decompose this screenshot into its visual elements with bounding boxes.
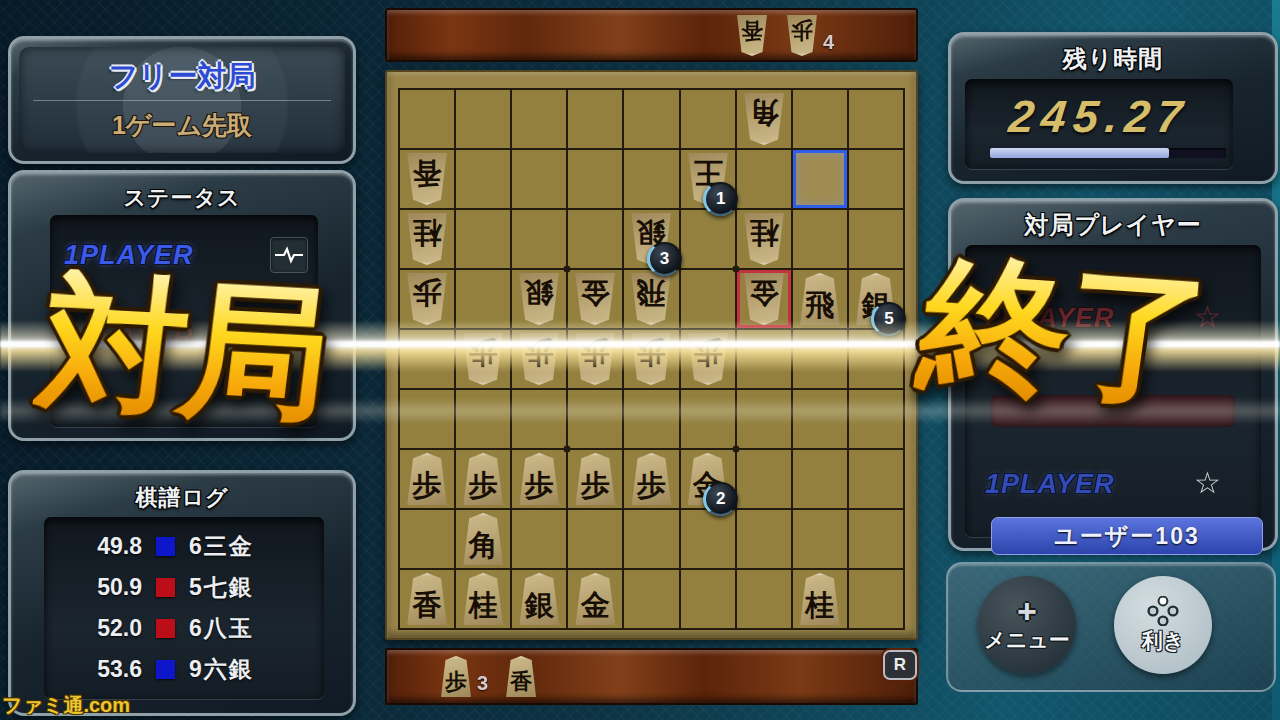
piece-kanji: 金	[749, 273, 778, 313]
shogi-piece[interactable]: 歩	[461, 453, 506, 505]
shogi-piece[interactable]: 歩	[517, 333, 562, 385]
board-square[interactable]: 銀	[512, 570, 566, 628]
board-square[interactable]	[849, 330, 903, 388]
board-square[interactable]	[456, 150, 510, 208]
hand-piece-group[interactable]: 香	[735, 15, 769, 56]
piece-kanji: 歩	[413, 273, 442, 313]
board-square[interactable]	[681, 570, 735, 628]
piece-kanji: 歩	[413, 465, 442, 505]
board-square[interactable]	[400, 90, 454, 148]
kifu-log-entry: 53.69六銀	[44, 654, 324, 685]
board-square[interactable]	[681, 210, 735, 268]
shogi-piece[interactable]: 歩	[405, 273, 450, 325]
shogi-piece[interactable]: 桂	[741, 213, 786, 265]
site-watermark: ファミ通.com	[2, 692, 130, 719]
board-square[interactable]	[568, 210, 622, 268]
shogi-piece[interactable]: 金	[573, 273, 618, 325]
board-square[interactable]: 金	[737, 270, 791, 328]
piece-kanji: 歩	[469, 465, 498, 505]
piece-kanji: 歩	[581, 465, 610, 505]
captured-piece[interactable]: 香	[735, 15, 769, 56]
kiki-button-label: 利き	[1142, 627, 1185, 655]
board-square[interactable]	[512, 90, 566, 148]
board-square[interactable]: 金	[568, 270, 622, 328]
board-square[interactable]	[793, 510, 847, 568]
divider	[33, 100, 331, 101]
board-square[interactable]	[624, 90, 678, 148]
piece-kanji: 金	[581, 585, 610, 625]
board-square[interactable]	[624, 390, 678, 448]
captured-pieces-tray-bottom: 歩3香	[385, 648, 918, 705]
board-square[interactable]: 金	[568, 570, 622, 628]
piece-kanji: 香	[413, 153, 442, 193]
board-square[interactable]	[568, 390, 622, 448]
player1-star-icon: ☆	[1194, 465, 1221, 500]
board-square[interactable]	[849, 510, 903, 568]
piece-kanji: 歩	[469, 333, 498, 373]
kifu-time: 49.8	[80, 533, 142, 560]
kifu-time: 52.0	[80, 615, 142, 642]
piece-kanji: 桂	[469, 585, 498, 625]
board-square[interactable]	[793, 210, 847, 268]
board-square[interactable]	[737, 150, 791, 208]
board-square[interactable]: 桂	[793, 570, 847, 628]
board-square[interactable]: 香	[400, 150, 454, 208]
board-square[interactable]	[456, 390, 510, 448]
shogi-piece[interactable]: 金	[741, 273, 786, 325]
remaining-time-title: 残り時間	[951, 43, 1275, 75]
shogi-piece[interactable]: 歩	[629, 453, 674, 505]
board-square[interactable]	[793, 150, 847, 208]
player1-name-bar: ユーザー103	[991, 517, 1263, 555]
hoshi-dot	[564, 265, 571, 272]
piece-kanji: 香	[510, 666, 532, 697]
piece-kanji: 銀	[525, 273, 554, 313]
board-square[interactable]: 銀3	[624, 210, 678, 268]
status-title: ステータス	[11, 183, 353, 213]
board-square[interactable]	[568, 90, 622, 148]
board-square[interactable]	[681, 510, 735, 568]
board-square[interactable]	[512, 210, 566, 268]
shogi-piece[interactable]: 歩	[517, 453, 562, 505]
board-square[interactable]	[512, 150, 566, 208]
board-square[interactable]: 歩	[512, 330, 566, 388]
shogi-piece[interactable]: 歩	[573, 453, 618, 505]
board-square[interactable]: 歩	[681, 330, 735, 388]
board-square[interactable]: 桂	[737, 210, 791, 268]
game-over-text-left: 対局	[31, 268, 333, 430]
hoshi-dot	[733, 265, 740, 272]
shogi-piece[interactable]: 歩	[573, 333, 618, 385]
board-square[interactable]	[624, 510, 678, 568]
match-type-panel: フリー対局 1ゲーム先取	[8, 36, 356, 164]
board-square[interactable]	[681, 90, 735, 148]
numbered-marker-badge: 3	[647, 242, 682, 276]
board-square[interactable]	[568, 510, 622, 568]
hand-piece-group[interactable]: 歩4	[785, 15, 834, 56]
menu-button-label: メニュー	[984, 626, 1069, 654]
shogi-piece[interactable]: 桂	[797, 573, 842, 625]
numbered-marker-badge: 2	[703, 482, 738, 516]
board-square[interactable]: 角	[737, 90, 791, 148]
shogi-board-area: 香歩4 角香王1桂銀3桂歩銀金飛金飛銀5歩歩歩歩歩歩歩歩歩歩金2角香桂銀金桂 歩…	[385, 0, 918, 720]
player1-row: 1PLAYER ☆	[985, 469, 1247, 500]
kifu-move: 5七銀	[189, 572, 254, 603]
board-square[interactable]	[737, 450, 791, 508]
kifu-time: 53.6	[80, 656, 142, 683]
board-square[interactable]	[681, 390, 735, 448]
board-square[interactable]: 歩	[568, 330, 622, 388]
board-grid: 角香王1桂銀3桂歩銀金飛金飛銀5歩歩歩歩歩歩歩歩歩歩金2角香桂銀金桂	[398, 88, 905, 630]
board-square[interactable]: 角	[456, 510, 510, 568]
kifu-log-panel: 棋譜ログ 49.86三金50.95七銀52.06八玉53.69六銀	[8, 470, 356, 716]
kifu-move: 9六銀	[189, 654, 254, 685]
piece-kanji: 桂	[805, 585, 834, 625]
board-square[interactable]: 歩	[456, 330, 510, 388]
kifu-log-title: 棋譜ログ	[11, 483, 353, 513]
shogi-piece[interactable]: 銀	[517, 273, 562, 325]
captured-piece[interactable]: 香	[504, 656, 538, 697]
piece-kanji: 歩	[445, 666, 467, 697]
board-square[interactable]: 銀	[512, 270, 566, 328]
board-square[interactable]: 歩	[568, 450, 622, 508]
board-square[interactable]	[737, 330, 791, 388]
kifu-time: 50.9	[80, 574, 142, 601]
time-progress-fill	[990, 148, 1169, 158]
player1-label: 1PLAYER	[985, 469, 1115, 499]
board-square[interactable]: 金2	[681, 450, 735, 508]
shogi-piece[interactable]: 歩	[461, 333, 506, 385]
kifu-move: 6八玉	[189, 613, 254, 644]
board-square[interactable]: 桂	[456, 570, 510, 628]
board-square[interactable]: 王1	[681, 150, 735, 208]
board-square[interactable]: 歩	[624, 450, 678, 508]
piece-kanji: 歩	[693, 333, 722, 373]
piece-kanji: 飛	[805, 285, 834, 325]
piece-kanji: 歩	[525, 465, 554, 505]
shogi-piece[interactable]: 桂	[461, 573, 506, 625]
piece-kanji: 飛	[637, 273, 666, 313]
piece-kanji: 香	[413, 585, 442, 625]
board-square[interactable]	[456, 210, 510, 268]
board-square[interactable]	[400, 510, 454, 568]
board-square[interactable]: 歩	[512, 450, 566, 508]
board-square[interactable]	[737, 390, 791, 448]
board-square[interactable]	[793, 90, 847, 148]
piece-kanji: 桂	[413, 213, 442, 253]
hand-top: 香歩4	[735, 10, 834, 60]
piece-kanji: 歩	[581, 333, 610, 373]
shogi-piece[interactable]: 歩	[405, 453, 450, 505]
board-square[interactable]	[849, 90, 903, 148]
shogi-piece[interactable]: 歩	[629, 333, 674, 385]
board-square[interactable]	[681, 270, 735, 328]
board-square[interactable]	[793, 330, 847, 388]
board-square[interactable]	[624, 150, 678, 208]
remaining-time-screen: 245.27	[965, 79, 1233, 169]
hoshi-dot	[564, 446, 571, 453]
board-square[interactable]	[849, 390, 903, 448]
board-square[interactable]	[849, 450, 903, 508]
piece-kanji: 香	[741, 15, 763, 46]
piece-kanji: 銀	[525, 585, 554, 625]
board-square[interactable]: 歩	[400, 450, 454, 508]
hand-bottom: 歩3香	[439, 650, 538, 703]
board-square[interactable]	[849, 570, 903, 628]
shogi-piece[interactable]: 香	[405, 153, 450, 205]
board-square[interactable]	[400, 390, 454, 448]
board-square[interactable]	[737, 570, 791, 628]
board-square[interactable]: 銀5	[849, 270, 903, 328]
hand-piece-group[interactable]: 香	[504, 656, 538, 697]
match-type-title: フリー対局	[11, 57, 353, 97]
captured-piece[interactable]: 歩	[785, 15, 819, 56]
board-square[interactable]: 歩	[456, 450, 510, 508]
menu-button[interactable]: + メニュー	[978, 576, 1076, 674]
board-square[interactable]	[849, 210, 903, 268]
board-square[interactable]: 歩	[400, 270, 454, 328]
piece-kanji: 金	[581, 273, 610, 313]
kifu-log-list: 49.86三金50.95七銀52.06八玉53.69六銀	[44, 517, 324, 699]
captured-count: 4	[823, 31, 834, 56]
shogi-piece[interactable]: 角	[461, 513, 506, 565]
shogi-piece[interactable]: 銀	[517, 573, 562, 625]
piece-kanji: 角	[749, 93, 778, 133]
board-square[interactable]: 香	[400, 570, 454, 628]
player-color-square	[156, 578, 175, 597]
board-square[interactable]	[400, 330, 454, 388]
face-buttons-icon	[1144, 596, 1182, 626]
board-square[interactable]: 飛	[624, 270, 678, 328]
piece-kanji: 歩	[525, 333, 554, 373]
kifu-move: 6三金	[189, 531, 254, 562]
captured-count: 3	[477, 672, 488, 697]
board-square[interactable]: 桂	[400, 210, 454, 268]
piece-kanji: 歩	[791, 15, 813, 46]
piece-kanji: 角	[469, 525, 498, 565]
captured-pieces-tray-top: 香歩4	[385, 8, 918, 62]
hoshi-dot	[733, 446, 740, 453]
match-rule-label: 1ゲーム先取	[11, 109, 353, 142]
board-square[interactable]: 飛	[793, 270, 847, 328]
piece-kanji: 桂	[749, 213, 778, 253]
kifu-log-entry: 50.95七銀	[44, 572, 324, 603]
hand-piece-group[interactable]: 歩3	[439, 656, 488, 697]
kifu-log-entry: 52.06八玉	[44, 613, 324, 644]
board-square[interactable]	[456, 270, 510, 328]
kiki-button[interactable]: 利き	[1114, 576, 1212, 674]
shogi-piece[interactable]: 桂	[405, 213, 450, 265]
shogi-piece[interactable]: 金	[573, 573, 618, 625]
kifu-log-entry: 49.86三金	[44, 531, 324, 562]
player-color-square	[156, 660, 175, 679]
shogi-piece[interactable]: 香	[405, 573, 450, 625]
board-square[interactable]: 歩	[624, 330, 678, 388]
board-square[interactable]	[568, 150, 622, 208]
board-square[interactable]	[456, 90, 510, 148]
player-color-square	[156, 619, 175, 638]
numbered-marker-badge: 5	[871, 302, 906, 336]
time-progress-track	[990, 148, 1226, 158]
shogi-piece[interactable]: 飛	[797, 273, 842, 325]
plus-icon: +	[1017, 596, 1037, 626]
shogi-board: 角香王1桂銀3桂歩銀金飛金飛銀5歩歩歩歩歩歩歩歩歩歩金2角香桂銀金桂	[385, 70, 918, 640]
board-square[interactable]	[849, 150, 903, 208]
pulse-icon	[270, 237, 308, 273]
shogi-piece[interactable]: 歩	[685, 333, 730, 385]
piece-kanji: 歩	[637, 465, 666, 505]
board-square[interactable]	[624, 570, 678, 628]
remaining-time-panel: 残り時間 245.27	[948, 32, 1278, 184]
shogi-piece[interactable]: 飛	[629, 273, 674, 325]
board-square[interactable]	[793, 450, 847, 508]
controls-panel: + メニュー 利き	[946, 562, 1276, 692]
remaining-time-value: 245.27	[962, 91, 1235, 143]
game-over-text-right: 終了	[912, 249, 1216, 416]
captured-piece[interactable]: 歩	[439, 656, 473, 697]
shogi-piece[interactable]: 角	[741, 93, 786, 145]
r-shoulder-button[interactable]: R	[883, 650, 917, 680]
board-square[interactable]	[512, 510, 566, 568]
player-color-square	[156, 537, 175, 556]
board-square[interactable]	[512, 390, 566, 448]
board-square[interactable]	[793, 390, 847, 448]
board-square[interactable]	[737, 510, 791, 568]
piece-kanji: 歩	[637, 333, 666, 373]
numbered-marker-badge: 1	[703, 182, 738, 216]
players-panel-title: 対局プレイヤー	[951, 209, 1275, 241]
